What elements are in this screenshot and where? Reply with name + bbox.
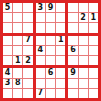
sudoku-cell-r6c3[interactable]: 2: [23, 56, 32, 65]
sudoku-cell-r9c2[interactable]: [13, 89, 22, 98]
sudoku-cell-r4c1[interactable]: [3, 36, 12, 45]
sudoku-box-r2c3: 6: [68, 36, 98, 66]
given-digit: 5: [5, 4, 11, 12]
given-digit: 6: [48, 69, 54, 77]
sudoku-cell-r9c6[interactable]: [56, 89, 65, 98]
sudoku-cell-r1c7[interactable]: [68, 3, 77, 12]
given-digit: 1: [58, 36, 64, 44]
given-digit: 7: [25, 36, 31, 44]
sudoku-cell-r3c4[interactable]: [36, 23, 45, 32]
sudoku-cell-r1c1[interactable]: 5: [3, 3, 12, 12]
sudoku-cell-r5c2[interactable]: [13, 46, 22, 55]
sudoku-board: 53921712146438679: [0, 0, 101, 101]
sudoku-cell-r6c4[interactable]: [36, 56, 45, 65]
sudoku-cell-r1c5[interactable]: 9: [46, 3, 55, 12]
sudoku-cell-r2c8[interactable]: 2: [79, 13, 88, 22]
sudoku-cell-r7c4[interactable]: [36, 68, 45, 77]
sudoku-cell-r8c5[interactable]: [46, 79, 55, 88]
given-digit: 6: [70, 46, 76, 54]
sudoku-cell-r1c6[interactable]: [56, 3, 65, 12]
sudoku-cell-r4c6[interactable]: 1: [56, 36, 65, 45]
sudoku-cell-r9c8[interactable]: [79, 89, 88, 98]
sudoku-cell-r9c9[interactable]: [89, 89, 98, 98]
sudoku-cell-r4c3[interactable]: 7: [23, 36, 32, 45]
sudoku-box-r3c1: 438: [3, 68, 33, 98]
given-digit: 9: [48, 4, 54, 12]
sudoku-cell-r6c5[interactable]: [46, 56, 55, 65]
sudoku-cell-r9c3[interactable]: [23, 89, 32, 98]
sudoku-cell-r6c8[interactable]: [79, 56, 88, 65]
sudoku-cell-r8c4[interactable]: [36, 79, 45, 88]
sudoku-cell-r3c7[interactable]: [68, 23, 77, 32]
sudoku-cell-r7c1[interactable]: 4: [3, 68, 12, 77]
given-digit: 2: [25, 57, 31, 65]
sudoku-cell-r8c6[interactable]: [56, 79, 65, 88]
sudoku-cell-r1c4[interactable]: 3: [36, 3, 45, 12]
given-digit: 2: [80, 14, 86, 22]
sudoku-cell-r7c9[interactable]: [89, 68, 98, 77]
given-digit: 3: [37, 4, 43, 12]
sudoku-cell-r9c7[interactable]: [68, 89, 77, 98]
sudoku-cell-r4c9[interactable]: [89, 36, 98, 45]
sudoku-cell-r5c9[interactable]: [89, 46, 98, 55]
sudoku-cell-r7c5[interactable]: 6: [46, 68, 55, 77]
sudoku-box-r1c3: 21: [68, 3, 98, 33]
sudoku-cell-r3c8[interactable]: [79, 23, 88, 32]
sudoku-cell-r4c4[interactable]: [36, 36, 45, 45]
sudoku-box-r2c1: 712: [3, 36, 33, 66]
sudoku-cell-r4c5[interactable]: [46, 36, 55, 45]
given-digit: 1: [91, 14, 97, 22]
sudoku-cell-r5c3[interactable]: [23, 46, 32, 55]
sudoku-cell-r4c7[interactable]: [68, 36, 77, 45]
sudoku-cell-r9c4[interactable]: 7: [36, 89, 45, 98]
sudoku-cell-r8c9[interactable]: [89, 79, 98, 88]
given-digit: 3: [5, 79, 11, 87]
sudoku-cell-r9c5[interactable]: [46, 89, 55, 98]
sudoku-cell-r6c7[interactable]: [68, 56, 77, 65]
sudoku-box-r3c2: 67: [36, 68, 66, 98]
sudoku-cell-r7c3[interactable]: [23, 68, 32, 77]
sudoku-box-r1c1: 5: [3, 3, 33, 33]
sudoku-cell-r4c2[interactable]: [13, 36, 22, 45]
sudoku-cell-r8c7[interactable]: [68, 79, 77, 88]
sudoku-cell-r4c8[interactable]: [79, 36, 88, 45]
sudoku-cell-r1c8[interactable]: [79, 3, 88, 12]
sudoku-cell-r5c8[interactable]: [79, 46, 88, 55]
sudoku-cell-r8c8[interactable]: [79, 79, 88, 88]
sudoku-cell-r3c3[interactable]: [23, 23, 32, 32]
sudoku-cell-r1c2[interactable]: [13, 3, 22, 12]
sudoku-cell-r2c3[interactable]: [23, 13, 32, 22]
sudoku-cell-r2c9[interactable]: 1: [89, 13, 98, 22]
sudoku-cell-r3c2[interactable]: [13, 23, 22, 32]
sudoku-cell-r8c2[interactable]: 8: [13, 79, 22, 88]
sudoku-cell-r2c4[interactable]: [36, 13, 45, 22]
sudoku-cell-r5c7[interactable]: 6: [68, 46, 77, 55]
sudoku-cell-r2c1[interactable]: [3, 13, 12, 22]
sudoku-cell-r3c1[interactable]: [3, 23, 12, 32]
sudoku-cell-r6c6[interactable]: [56, 56, 65, 65]
given-digit: 8: [15, 79, 21, 87]
sudoku-cell-r5c4[interactable]: 4: [36, 46, 45, 55]
sudoku-cell-r2c2[interactable]: [13, 13, 22, 22]
sudoku-cell-r9c1[interactable]: [3, 89, 12, 98]
sudoku-cell-r7c2[interactable]: [13, 68, 22, 77]
sudoku-cell-r3c6[interactable]: [56, 23, 65, 32]
sudoku-cell-r2c7[interactable]: [68, 13, 77, 22]
given-digit: 9: [70, 69, 76, 77]
given-digit: 1: [15, 57, 21, 65]
sudoku-box-r1c2: 39: [36, 3, 66, 33]
given-digit: 4: [37, 46, 43, 54]
sudoku-cell-r3c9[interactable]: [89, 23, 98, 32]
sudoku-cell-r7c8[interactable]: [79, 68, 88, 77]
sudoku-cell-r1c9[interactable]: [89, 3, 98, 12]
sudoku-box-r2c2: 14: [36, 36, 66, 66]
sudoku-cell-r6c1[interactable]: [3, 56, 12, 65]
sudoku-cell-r1c3[interactable]: [23, 3, 32, 12]
given-digit: 4: [5, 69, 11, 77]
sudoku-cell-r5c6[interactable]: [56, 46, 65, 55]
sudoku-cell-r8c3[interactable]: [23, 79, 32, 88]
sudoku-cell-r2c6[interactable]: [56, 13, 65, 22]
sudoku-box-r3c3: 9: [68, 68, 98, 98]
sudoku-cell-r6c9[interactable]: [89, 56, 98, 65]
sudoku-cell-r5c5[interactable]: [46, 46, 55, 55]
sudoku-cell-r5c1[interactable]: [3, 46, 12, 55]
given-digit: 7: [37, 89, 43, 97]
sudoku-cell-r7c7[interactable]: 9: [68, 68, 77, 77]
sudoku-cell-r8c1[interactable]: 3: [3, 79, 12, 88]
sudoku-cell-r6c2[interactable]: 1: [13, 56, 22, 65]
sudoku-cell-r7c6[interactable]: [56, 68, 65, 77]
sudoku-cell-r3c5[interactable]: [46, 23, 55, 32]
sudoku-cell-r2c5[interactable]: [46, 13, 55, 22]
